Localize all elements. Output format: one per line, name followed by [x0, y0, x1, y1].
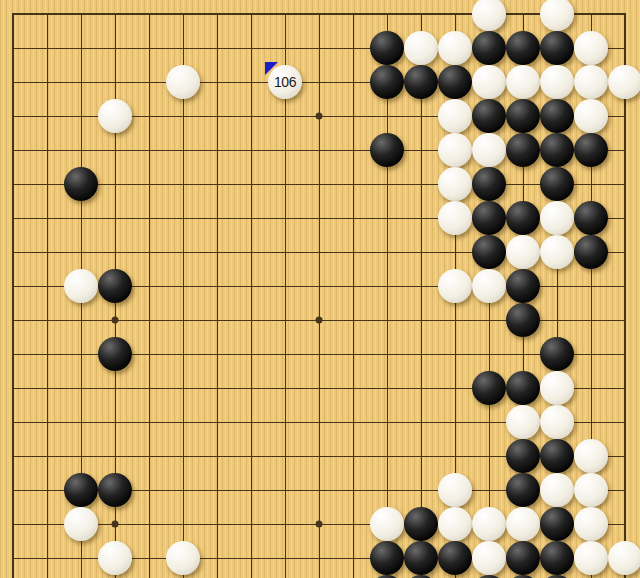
- white-stone: [64, 507, 98, 541]
- star-point: [316, 521, 323, 528]
- white-stone: [472, 541, 506, 575]
- white-stone: [540, 235, 574, 269]
- star-point: [316, 113, 323, 120]
- black-stone: [404, 541, 438, 575]
- black-stone: [98, 473, 132, 507]
- black-stone: [98, 337, 132, 371]
- black-stone: [540, 541, 574, 575]
- white-stone: [574, 541, 608, 575]
- white-stone: [540, 0, 574, 31]
- white-stone: [574, 473, 608, 507]
- white-stone: [540, 405, 574, 439]
- black-stone: [574, 235, 608, 269]
- white-stone: [574, 507, 608, 541]
- white-stone: [574, 31, 608, 65]
- black-stone: [540, 439, 574, 473]
- black-stone: [540, 507, 574, 541]
- white-stone: [506, 507, 540, 541]
- white-stone: [438, 99, 472, 133]
- star-point: [112, 317, 119, 324]
- white-stone: [98, 99, 132, 133]
- white-stone: [166, 541, 200, 575]
- black-stone: [404, 507, 438, 541]
- white-stone: [98, 541, 132, 575]
- white-stone: [472, 0, 506, 31]
- black-stone: [404, 65, 438, 99]
- white-stone: [438, 201, 472, 235]
- black-stone: [574, 133, 608, 167]
- white-stone: [438, 31, 472, 65]
- white-stone: [574, 439, 608, 473]
- move-number-label: 106: [268, 65, 302, 99]
- white-stone: [472, 269, 506, 303]
- white-stone: [574, 99, 608, 133]
- black-stone: [506, 269, 540, 303]
- black-stone: [506, 371, 540, 405]
- black-stone: [64, 473, 98, 507]
- black-stone: [472, 31, 506, 65]
- white-stone: [574, 65, 608, 99]
- black-stone: [370, 65, 404, 99]
- black-stone: [506, 31, 540, 65]
- black-stone: [472, 371, 506, 405]
- black-stone: [574, 201, 608, 235]
- white-stone: [64, 269, 98, 303]
- black-stone: [472, 167, 506, 201]
- black-stone: [438, 65, 472, 99]
- star-point: [112, 521, 119, 528]
- black-stone: [506, 99, 540, 133]
- white-stone: [540, 371, 574, 405]
- white-stone: [472, 507, 506, 541]
- white-stone: [472, 65, 506, 99]
- white-stone: [166, 65, 200, 99]
- black-stone: [370, 31, 404, 65]
- white-stone: [438, 167, 472, 201]
- white-stone: [404, 31, 438, 65]
- white-stone: [438, 269, 472, 303]
- black-stone: [540, 99, 574, 133]
- white-stone: [438, 133, 472, 167]
- black-stone: [370, 133, 404, 167]
- black-stone: [506, 439, 540, 473]
- white-stone: [472, 133, 506, 167]
- black-stone: [506, 133, 540, 167]
- black-stone: [472, 99, 506, 133]
- star-point: [316, 317, 323, 324]
- white-stone: [540, 65, 574, 99]
- white-stone: [608, 65, 640, 99]
- white-stone: [506, 65, 540, 99]
- go-board[interactable]: 106: [0, 0, 640, 578]
- black-stone: [370, 541, 404, 575]
- white-stone: [506, 235, 540, 269]
- black-stone: [540, 337, 574, 371]
- black-stone: [472, 201, 506, 235]
- white-stone: [540, 473, 574, 507]
- white-stone: [438, 507, 472, 541]
- black-stone: [98, 269, 132, 303]
- black-stone: [506, 201, 540, 235]
- black-stone: [506, 473, 540, 507]
- white-stone: [608, 541, 640, 575]
- black-stone: [540, 167, 574, 201]
- black-stone: [472, 235, 506, 269]
- black-stone: [540, 133, 574, 167]
- black-stone: [438, 541, 472, 575]
- last-move-stone: 106: [268, 65, 302, 99]
- white-stone: [438, 473, 472, 507]
- white-stone: [370, 507, 404, 541]
- white-stone: [506, 405, 540, 439]
- black-stone: [506, 541, 540, 575]
- black-stone: [64, 167, 98, 201]
- black-stone: [506, 303, 540, 337]
- black-stone: [540, 31, 574, 65]
- white-stone: [540, 201, 574, 235]
